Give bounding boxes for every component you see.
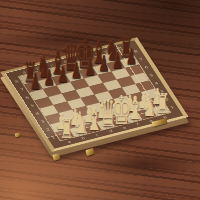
coordinate-label: 5 [149, 73, 154, 77]
coordinate-label: 8 [14, 80, 19, 84]
piece-black-pawn: ♟ [43, 67, 54, 89]
piece-white-knight: ♞ [141, 91, 157, 121]
piece-black-pawn: ♟ [30, 71, 41, 93]
coordinate-label: 4 [35, 112, 40, 116]
piece-black-pawn: ♟ [98, 53, 109, 75]
piece-black-pawn: ♟ [71, 60, 82, 82]
piece-black-pawn: ♟ [112, 50, 123, 72]
piece-white-rook: ♜ [156, 90, 170, 117]
table-surface: abcdefgh abcdefgh 87654321 87654321 ♜♞♝♛… [0, 0, 200, 200]
square-g1: ♞ [137, 108, 156, 120]
coordinate-label: 6 [144, 65, 149, 69]
piece-black-pawn: ♟ [57, 64, 68, 86]
coordinate-label: 1 [51, 136, 56, 140]
coordinate-label: 2 [45, 128, 50, 132]
coordinate-label: 5 [30, 104, 35, 108]
piece-black-pawn: ♟ [85, 57, 96, 79]
square-f1: ♝ [124, 111, 143, 123]
coordinate-label: 7 [138, 57, 143, 61]
brass-clasp-left-edge [15, 132, 21, 137]
coordinate-label: 6 [25, 96, 30, 100]
coordinate-label: 7 [19, 88, 24, 92]
coordinate-label: 3 [40, 120, 45, 124]
piece-black-pawn: ♟ [126, 46, 137, 68]
coordinate-label: 1 [170, 105, 175, 109]
brass-hinge-center [85, 148, 94, 156]
chess-board: abcdefgh abcdefgh 87654321 87654321 ♜♞♝♛… [0, 37, 189, 152]
